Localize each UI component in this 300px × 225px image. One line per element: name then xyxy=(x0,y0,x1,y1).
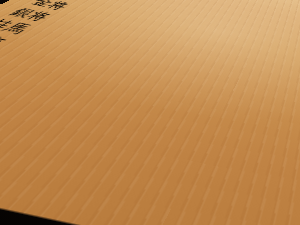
shogi-board: 香車桂馬銀将金将玉将金将銀将桂馬香車飛車角行歩兵歩兵歩兵歩兵歩兵歩兵歩兵歩兵歩兵… xyxy=(0,0,300,225)
shogi-grid: 香車桂馬銀将金将玉将金将銀将桂馬香車飛車角行歩兵歩兵歩兵歩兵歩兵歩兵歩兵歩兵歩兵… xyxy=(117,0,300,7)
shogi-board-wrap: 香車桂馬銀将金将玉将金将銀将桂馬香車飛車角行歩兵歩兵歩兵歩兵歩兵歩兵歩兵歩兵歩兵… xyxy=(0,0,300,225)
shogi-photo-stage: 香車桂馬銀将金将玉将金将銀将桂馬香車飛車角行歩兵歩兵歩兵歩兵歩兵歩兵歩兵歩兵歩兵… xyxy=(0,0,300,225)
piece-kanji: 車 xyxy=(0,34,13,51)
